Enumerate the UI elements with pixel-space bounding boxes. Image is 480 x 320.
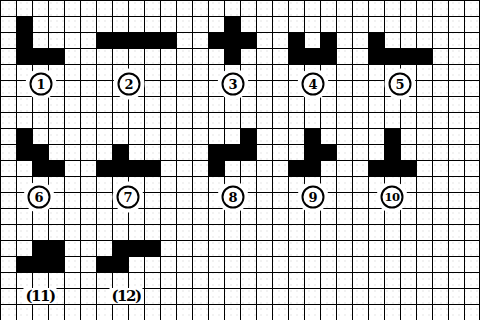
filled-cell-shape-10: [400, 160, 417, 177]
filled-cell-shape-10: [384, 144, 401, 161]
filled-cell-shape-12: [128, 240, 145, 257]
filled-cell-shape-1: [16, 32, 33, 49]
shape-label-6: 6: [28, 186, 51, 209]
shape-label-5: 5: [389, 73, 412, 96]
pentomino-board: 12345678910(11)(12): [0, 0, 480, 320]
shape-label-12: (12): [109, 288, 142, 304]
filled-cell-shape-2: [160, 32, 177, 49]
shape-label-8: 8: [222, 186, 245, 209]
filled-cell-shape-2: [96, 32, 113, 49]
filled-cell-shape-1: [48, 48, 65, 65]
filled-cell-shape-7: [144, 160, 161, 177]
filled-cell-shape-3: [240, 32, 257, 49]
filled-cell-shape-11: [32, 240, 49, 257]
filled-cell-shape-9: [304, 128, 321, 145]
filled-cell-shape-11: [48, 240, 65, 257]
filled-cell-shape-4: [320, 48, 337, 65]
filled-cell-shape-8: [240, 144, 257, 161]
filled-cell-shape-9: [320, 144, 337, 161]
filled-cell-shape-1: [16, 48, 33, 65]
filled-cell-shape-5: [368, 32, 385, 49]
filled-cell-shape-10: [384, 128, 401, 145]
filled-cell-shape-6: [48, 160, 65, 177]
filled-cell-shape-5: [416, 48, 433, 65]
filled-cell-shape-6: [16, 128, 33, 145]
filled-cell-shape-8: [208, 144, 225, 161]
filled-cell-shape-6: [16, 144, 33, 161]
filled-cell-shape-3: [208, 32, 225, 49]
filled-cell-shape-9: [304, 160, 321, 177]
filled-cell-shape-2: [144, 32, 161, 49]
filled-cell-shape-12: [144, 240, 161, 257]
filled-cell-shape-8: [224, 144, 241, 161]
filled-cell-shape-4: [288, 48, 305, 65]
filled-cell-shape-11: [16, 256, 33, 273]
filled-cell-shape-5: [384, 48, 401, 65]
filled-cell-shape-11: [48, 256, 65, 273]
filled-cell-shape-4: [304, 48, 321, 65]
filled-cell-shape-11: [32, 256, 49, 273]
filled-cell-shape-7: [96, 160, 113, 177]
shape-label-4: 4: [302, 73, 325, 96]
filled-cell-shape-12: [112, 240, 129, 257]
filled-cell-shape-12: [112, 256, 129, 273]
filled-cell-shape-8: [240, 128, 257, 145]
filled-cell-shape-5: [368, 48, 385, 65]
filled-cell-shape-3: [224, 16, 241, 33]
filled-cell-shape-7: [112, 160, 129, 177]
filled-cell-shape-2: [112, 32, 129, 49]
shape-label-1: 1: [30, 73, 53, 96]
filled-cell-shape-7: [128, 160, 145, 177]
filled-cell-shape-1: [16, 16, 33, 33]
filled-cell-shape-6: [32, 144, 49, 161]
shape-label-2: 2: [118, 73, 141, 96]
filled-cell-shape-7: [112, 144, 129, 161]
filled-cell-shape-3: [224, 32, 241, 49]
shape-label-9: 9: [302, 186, 325, 209]
filled-cell-shape-10: [368, 160, 385, 177]
filled-cell-shape-6: [32, 160, 49, 177]
filled-cell-shape-4: [320, 32, 337, 49]
filled-cell-shape-8: [208, 160, 225, 177]
shape-label-11: (11): [23, 288, 56, 304]
filled-cell-shape-12: [96, 256, 113, 273]
shape-label-10: 10: [381, 186, 404, 209]
shape-label-7: 7: [117, 186, 140, 209]
shape-label-3: 3: [222, 73, 245, 96]
filled-cell-shape-2: [128, 32, 145, 49]
filled-cell-shape-10: [384, 160, 401, 177]
filled-cell-shape-4: [288, 32, 305, 49]
filled-cell-shape-9: [288, 160, 305, 177]
filled-cell-shape-1: [32, 48, 49, 65]
filled-cell-shape-5: [400, 48, 417, 65]
filled-cell-shape-3: [224, 48, 241, 65]
filled-cell-shape-9: [304, 144, 321, 161]
